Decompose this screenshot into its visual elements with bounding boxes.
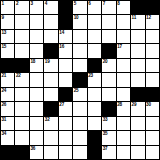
clue-number: 35 [103,131,108,136]
white-cell[interactable]: 2 [15,1,28,14]
clue-number: 10 [74,15,79,20]
black-cell [131,88,144,101]
white-cell[interactable]: 11 [131,15,144,28]
clue-number: 33 [103,117,108,122]
white-cell[interactable]: 13 [1,30,14,43]
black-cell [131,1,144,14]
white-cell[interactable] [59,146,72,159]
white-cell[interactable] [131,59,144,72]
white-cell[interactable] [146,73,159,86]
white-cell[interactable] [117,88,130,101]
white-cell[interactable] [146,30,159,43]
clue-number: 30 [146,102,151,107]
clue-number: 2 [16,1,18,6]
clue-number: 6 [88,1,90,6]
white-cell[interactable]: 21 [1,73,14,86]
white-cell[interactable] [88,44,101,57]
clue-number: 22 [16,73,21,78]
white-cell[interactable]: 36 [30,146,43,159]
white-cell[interactable] [59,131,72,144]
white-cell[interactable] [44,131,57,144]
white-cell[interactable]: 14 [59,30,72,43]
white-cell[interactable]: 16 [59,44,72,57]
white-cell[interactable]: 12 [146,15,159,28]
clue-number: 16 [59,44,64,49]
clue-number: 20 [103,59,108,64]
black-cell [146,1,159,14]
white-cell[interactable] [73,30,86,43]
crossword-grid: 1234567891011121314151617181920212223242… [0,0,160,160]
clue-number: 21 [2,73,7,78]
white-cell[interactable] [73,59,86,72]
white-cell[interactable] [88,102,101,115]
clue-number: 3 [30,1,32,6]
white-cell[interactable] [102,30,115,43]
clue-number: 24 [2,88,7,93]
white-cell[interactable] [88,88,101,101]
white-cell[interactable]: 10 [73,15,86,28]
white-cell[interactable] [30,30,43,43]
clue-number: 19 [45,59,50,64]
white-cell[interactable]: 33 [102,117,115,130]
white-cell[interactable] [73,146,86,159]
white-cell[interactable] [15,117,28,130]
clue-number: 17 [117,44,122,49]
white-cell[interactable] [15,102,28,115]
white-cell[interactable] [73,117,86,130]
white-cell[interactable] [15,131,28,144]
white-cell[interactable]: 30 [146,102,159,115]
clue-number: 34 [2,131,7,136]
white-cell[interactable] [117,15,130,28]
black-cell [102,44,115,57]
clue-number: 5 [74,1,76,6]
black-cell [44,44,57,57]
white-cell[interactable] [30,102,43,115]
white-cell[interactable]: 25 [73,88,86,101]
white-cell[interactable] [73,131,86,144]
black-cell [59,1,72,14]
black-cell [1,146,14,159]
white-cell[interactable]: 17 [117,44,130,57]
clue-number: 27 [59,102,64,107]
black-cell [88,146,101,159]
white-cell[interactable] [117,131,130,144]
crossword-page: 1234567891011121314151617181920212223242… [0,0,160,160]
clue-number: 32 [45,117,50,122]
white-cell[interactable]: 34 [1,131,14,144]
white-cell[interactable] [30,88,43,101]
white-cell[interactable]: 9 [1,15,14,28]
clue-number: 7 [103,1,105,6]
white-cell[interactable] [59,73,72,86]
white-cell[interactable] [146,146,159,159]
white-cell[interactable]: 15 [1,44,14,57]
clue-number: 28 [117,102,122,107]
white-cell[interactable]: 31 [1,117,14,130]
white-cell[interactable] [73,102,86,115]
clue-number: 12 [146,15,151,20]
clue-number: 13 [2,30,7,35]
white-cell[interactable] [30,131,43,144]
white-cell[interactable] [88,117,101,130]
white-cell[interactable] [117,146,130,159]
white-cell[interactable] [44,30,57,43]
white-cell[interactable] [30,44,43,57]
white-cell[interactable] [30,73,43,86]
white-cell[interactable]: 19 [44,59,57,72]
white-cell[interactable]: 7 [102,1,115,14]
white-cell[interactable] [102,88,115,101]
white-cell[interactable] [73,44,86,57]
white-cell[interactable]: 24 [1,88,14,101]
white-cell[interactable] [102,15,115,28]
white-cell[interactable]: 4 [44,1,57,14]
clue-number: 26 [2,102,7,107]
white-cell[interactable]: 28 [117,102,130,115]
white-cell[interactable] [146,117,159,130]
clue-number: 11 [132,15,136,20]
black-cell [88,131,101,144]
black-cell [146,88,159,101]
clue-number: 14 [59,30,64,35]
white-cell[interactable]: 20 [102,59,115,72]
white-cell[interactable]: 27 [59,102,72,115]
black-cell [59,15,72,28]
clue-number: 29 [132,102,137,107]
white-cell[interactable]: 1 [1,1,14,14]
black-cell [88,59,101,72]
white-cell[interactable] [131,30,144,43]
white-cell[interactable] [30,117,43,130]
white-cell[interactable] [131,44,144,57]
white-cell[interactable] [131,146,144,159]
white-cell[interactable] [102,73,115,86]
black-cell [1,59,14,72]
white-cell[interactable]: 5 [73,1,86,14]
white-cell[interactable]: 23 [88,73,101,86]
black-cell [44,102,57,115]
white-cell[interactable] [15,30,28,43]
white-cell[interactable] [15,15,28,28]
white-cell[interactable] [44,73,57,86]
black-cell [15,59,28,72]
white-cell[interactable] [131,73,144,86]
white-cell[interactable] [59,117,72,130]
black-cell [102,102,115,115]
white-cell[interactable] [88,30,101,43]
white-cell[interactable]: 32 [44,117,57,130]
white-cell[interactable]: 8 [117,1,130,14]
clue-number: 23 [88,73,93,78]
white-cell[interactable] [117,59,130,72]
white-cell[interactable] [30,15,43,28]
white-cell[interactable]: 3 [30,1,43,14]
black-cell [73,73,86,86]
white-cell[interactable] [146,131,159,144]
black-cell [15,146,28,159]
clue-number: 1 [2,1,4,6]
white-cell[interactable]: 22 [15,73,28,86]
white-cell[interactable] [146,59,159,72]
white-cell[interactable]: 6 [88,1,101,14]
white-cell[interactable] [131,117,144,130]
clue-number: 9 [2,15,4,20]
clue-number: 15 [2,44,7,49]
white-cell[interactable]: 26 [1,102,14,115]
white-cell[interactable] [117,73,130,86]
white-cell[interactable] [59,59,72,72]
white-cell[interactable] [88,15,101,28]
white-cell[interactable]: 18 [30,59,43,72]
white-cell[interactable] [117,30,130,43]
white-cell[interactable] [15,44,28,57]
white-cell[interactable] [15,88,28,101]
white-cell[interactable] [131,131,144,144]
clue-number: 31 [2,117,7,122]
black-cell [59,88,72,101]
white-cell[interactable]: 35 [102,131,115,144]
clue-number: 25 [74,88,79,93]
white-cell[interactable] [146,44,159,57]
clue-number: 8 [117,1,119,6]
clue-number: 37 [103,146,108,151]
white-cell[interactable] [44,15,57,28]
clue-number: 18 [30,59,35,64]
clue-number: 36 [30,146,35,151]
white-cell[interactable] [117,117,130,130]
white-cell[interactable] [44,88,57,101]
white-cell[interactable]: 29 [131,102,144,115]
white-cell[interactable]: 37 [102,146,115,159]
clue-number: 4 [45,1,47,6]
white-cell[interactable] [44,146,57,159]
